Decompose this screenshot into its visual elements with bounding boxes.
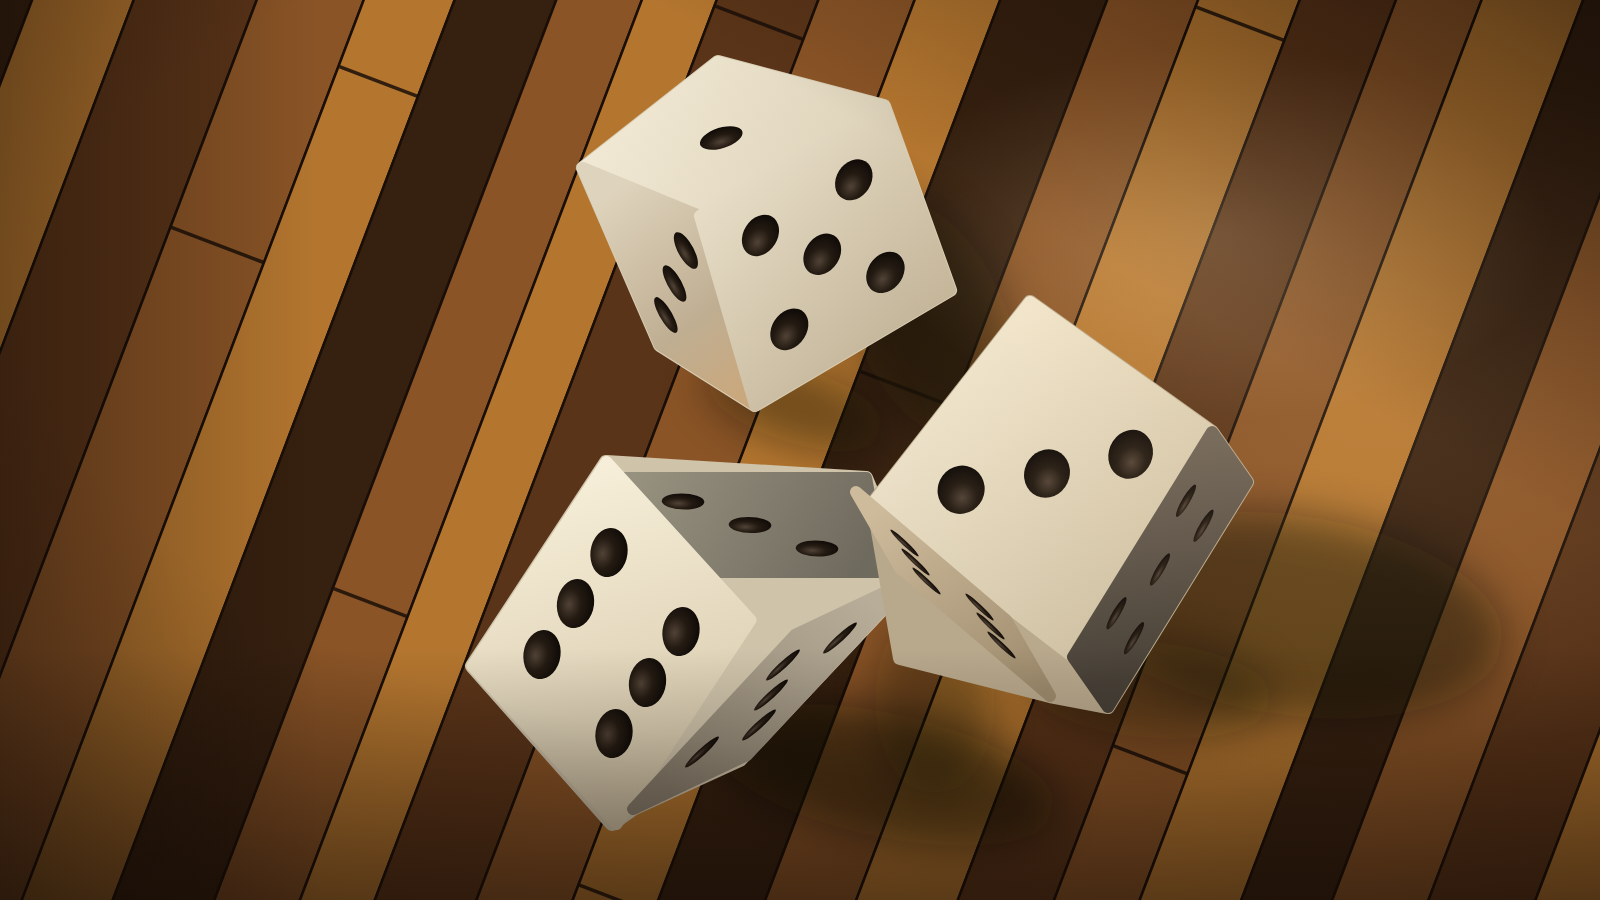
dice-scene-svg [0, 0, 1600, 900]
dice-scene [0, 0, 1600, 900]
